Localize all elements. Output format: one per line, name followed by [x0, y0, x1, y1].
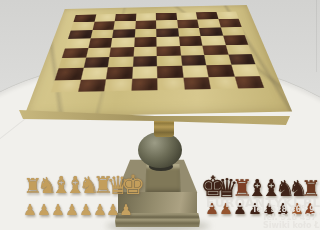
- board-square: [204, 54, 231, 65]
- board-square: [157, 66, 183, 78]
- board-square: [157, 77, 184, 90]
- board-square: [111, 38, 134, 48]
- board-grid: [51, 12, 264, 93]
- board-square: [180, 55, 206, 66]
- board-square: [183, 77, 211, 90]
- board-square: [132, 66, 158, 78]
- board-square: [51, 79, 81, 92]
- photo-stage: ♜♞♝♝♞♜♛♚♟♟♟♟♟♟♟♟♚♛♜♝♝♞♞♜♟♟♟♟♟♟♟♟ EUROANT…: [0, 0, 320, 230]
- board-square: [133, 46, 157, 56]
- board-square: [106, 67, 132, 79]
- chess-board: [65, 5, 249, 130]
- pedestal-base-front: [118, 192, 197, 215]
- backdrop-seam-line: [316, 0, 317, 72]
- board-square: [157, 46, 181, 56]
- board-square: [202, 45, 228, 55]
- board-square: [80, 68, 107, 80]
- board-square: [179, 45, 204, 55]
- board-square: [109, 47, 133, 57]
- board-square: [62, 48, 88, 58]
- board-square: [83, 57, 109, 68]
- board-square: [157, 55, 182, 66]
- board-square: [58, 57, 85, 68]
- board-square: [132, 56, 157, 67]
- board-square: [104, 78, 131, 91]
- board-square: [234, 76, 264, 89]
- board-square: [182, 65, 209, 77]
- board-square: [228, 54, 256, 65]
- board-square: [108, 56, 133, 67]
- board-square: [231, 64, 260, 76]
- pedestal-base-molding: [115, 213, 200, 227]
- board-square: [134, 37, 157, 47]
- board-square: [156, 37, 179, 47]
- board-square: [208, 76, 237, 89]
- board-square: [178, 36, 202, 46]
- pedestal-onyx-ball: [138, 132, 182, 168]
- board-frame: [24, 5, 292, 117]
- board-square: [223, 35, 248, 45]
- board-square: [201, 36, 226, 46]
- board-square: [206, 65, 234, 77]
- board-square: [77, 79, 106, 92]
- board-square: [131, 78, 158, 91]
- board-square: [86, 47, 111, 57]
- board-square: [55, 68, 83, 80]
- board-square: [225, 44, 251, 54]
